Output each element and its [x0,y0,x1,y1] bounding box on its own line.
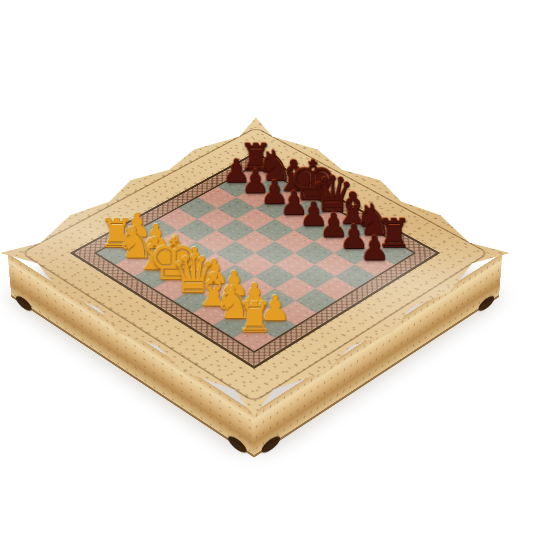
chessboard-box: ♜♜♞♞♝♝♚♚♛♛♝♝♞♞♜♜♟♟♟♟♟♟♟♟♟♟♟♟♟♟♟♟♟♟♟♟♟♟♟♟… [0,108,527,429]
photo-scene: ♜♜♞♞♝♝♚♚♛♛♝♝♞♞♜♜♟♟♟♟♟♟♟♟♟♟♟♟♟♟♟♟♟♟♟♟♟♟♟♟… [0,0,533,533]
